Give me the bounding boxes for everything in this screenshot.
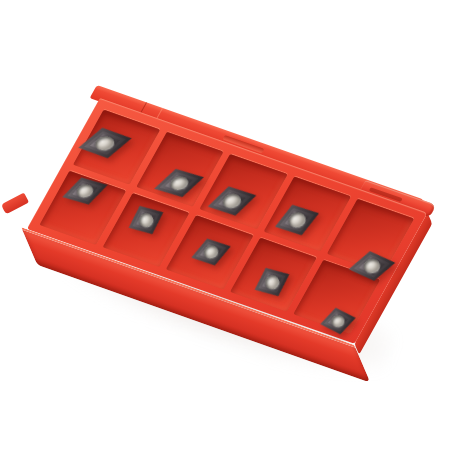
product-photo bbox=[0, 0, 450, 450]
case-left-hinge-tab bbox=[1, 193, 29, 215]
